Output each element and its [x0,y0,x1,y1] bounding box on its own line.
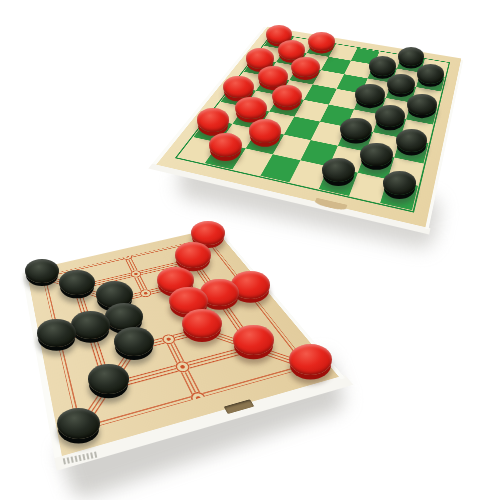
checkers-red-piece-r7c1[interactable] [209,133,243,157]
checkers-black-piece-r5c5[interactable] [340,118,372,141]
checkers-red-piece-r5c1[interactable] [235,97,267,120]
checkers-black-piece-r6c6[interactable] [360,143,393,166]
morris-black-piece-a7[interactable] [25,259,59,283]
checkers-red-piece-r6c0[interactable] [197,108,230,131]
morris-black-piece-a1[interactable] [57,408,100,439]
morris-red-piece-g1[interactable] [289,344,332,375]
checkers-red-piece-r6c2[interactable] [249,119,282,142]
checkers-black-piece-r1c7[interactable] [417,64,445,84]
checkers-red-piece-r4c0[interactable] [223,76,254,98]
morris-black-piece-c3[interactable] [114,327,154,356]
checkers-red-piece-r3c1[interactable] [258,66,288,87]
morris-black-piece-b4[interactable] [71,311,110,339]
checkers-black-piece-r5c7[interactable] [396,129,428,152]
morris-red-piece-f6[interactable] [175,242,211,268]
product-photo-stage [0,0,483,500]
checkers-black-piece-r1c5[interactable] [369,56,397,76]
morris-red-piece-f2[interactable] [233,325,275,355]
checkers-black-piece-r3c7[interactable] [407,94,437,115]
morris-black-piece-b6[interactable] [59,270,95,296]
checkers-red-piece-r0c2[interactable] [308,32,335,51]
checkers-red-piece-r2c2[interactable] [291,57,320,78]
morris-black-piece-b2[interactable] [88,364,130,394]
morris-black-piece-a4[interactable] [37,319,76,347]
